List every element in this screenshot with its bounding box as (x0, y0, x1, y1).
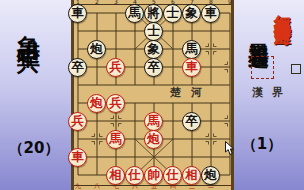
xiangqi-board[interactable]: 楚 河 漢 界 車馬將士象車士炮象馬卒卒卒炮兵車炮兵兵馬馬炮車相仕帥仕相 123… (71, 0, 234, 190)
piece-glyph: 馬 (147, 115, 160, 128)
piece-glyph: 兵 (71, 115, 84, 128)
piece-glyph: 卒 (147, 61, 160, 74)
piece-glyph: 相 (185, 169, 198, 182)
piece-black-炮[interactable]: 炮 (87, 40, 106, 59)
xiangqi-app-screen: 急进中兵 （20） 楚 河 漢 界 車馬將士象車士炮象馬卒卒卒炮兵車炮兵兵馬馬炮… (0, 0, 304, 190)
piece-glyph: 象 (147, 43, 160, 56)
piece-black-士[interactable]: 士 (144, 22, 163, 41)
piece-black-車[interactable]: 車 (68, 4, 87, 23)
piece-glyph: 車 (71, 7, 84, 20)
piece-glyph: 仕 (166, 169, 179, 182)
piece-glyph: 仕 (128, 169, 141, 182)
variation-title: 黑相三进五 (249, 27, 269, 35)
piece-glyph: 象 (185, 7, 198, 20)
piece-glyph: 馬 (185, 43, 198, 56)
piece-red-相[interactable]: 相 (182, 166, 201, 185)
piece-red-兵[interactable]: 兵 (106, 58, 125, 77)
piece-red-兵[interactable]: 兵 (68, 112, 87, 131)
piece-glyph: 炮 (90, 97, 103, 110)
piece-black-象[interactable]: 象 (182, 4, 201, 23)
piece-red-馬[interactable]: 馬 (106, 130, 125, 149)
piece-glyph: 車 (71, 151, 84, 164)
piece-glyph: 兵 (109, 61, 122, 74)
piece-glyph: 卒 (185, 115, 198, 128)
opening-title: 急进中兵 (17, 16, 40, 36)
piece-glyph: 馬 (128, 7, 141, 20)
piece-glyph: 相 (109, 169, 122, 182)
piece-black-卒[interactable]: 卒 (182, 112, 201, 131)
mouse-cursor (225, 141, 236, 156)
piece-black-馬[interactable]: 馬 (182, 40, 201, 59)
piece-black-卒[interactable]: 卒 (68, 58, 87, 77)
piece-glyph: 車 (185, 61, 198, 74)
piece-glyph: 馬 (109, 133, 122, 146)
piece-black-馬[interactable]: 馬 (125, 4, 144, 23)
piece-glyph: 炮 (147, 133, 160, 146)
variation-note: 红拐弯兵黑的错误应对 (274, 1, 291, 16)
piece-black-車[interactable]: 車 (201, 4, 220, 23)
piece-black-炮[interactable]: 炮 (201, 166, 220, 185)
piece-red-仕[interactable]: 仕 (163, 166, 182, 185)
variation-number: （1） (240, 135, 284, 154)
piece-red-兵[interactable]: 兵 (106, 94, 125, 113)
piece-glyph: 將 (147, 7, 160, 20)
last-move-origin-marker (291, 64, 301, 74)
opening-number: （20） (0, 139, 68, 158)
piece-glyph: 卒 (71, 61, 84, 74)
piece-glyph: 兵 (109, 97, 122, 110)
piece-glyph: 炮 (90, 43, 103, 56)
piece-glyph: 帥 (147, 169, 160, 182)
piece-red-帥[interactable]: 帥 (144, 166, 163, 185)
piece-black-士[interactable]: 士 (163, 4, 182, 23)
piece-red-炮[interactable]: 炮 (87, 94, 106, 113)
river-label-han: 漢 (252, 87, 263, 99)
piece-glyph: 車 (204, 7, 217, 20)
piece-glyph: 士 (166, 7, 179, 20)
pieces-layer: 車馬將士象車士炮象馬卒卒卒炮兵車炮兵兵馬馬炮車相仕帥仕相 (68, 4, 239, 184)
river-label-jie: 界 (272, 87, 283, 99)
piece-red-相[interactable]: 相 (106, 166, 125, 185)
piece-red-馬[interactable]: 馬 (144, 112, 163, 131)
piece-red-炮[interactable]: 炮 (144, 130, 163, 149)
piece-red-仕[interactable]: 仕 (125, 166, 144, 185)
piece-black-卒[interactable]: 卒 (144, 58, 163, 77)
piece-glyph: 炮 (204, 169, 217, 182)
piece-black-象[interactable]: 象 (144, 40, 163, 59)
piece-red-車[interactable]: 車 (68, 148, 87, 167)
piece-red-車[interactable]: 車 (182, 58, 201, 77)
piece-black-將[interactable]: 將 (144, 4, 163, 23)
piece-glyph: 士 (147, 25, 160, 38)
last-move-destination-marker (251, 56, 274, 79)
